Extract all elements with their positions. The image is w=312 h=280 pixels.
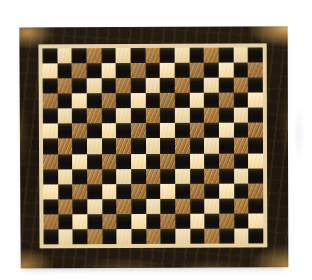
board-cell bbox=[248, 183, 263, 198]
board-cell bbox=[219, 183, 234, 198]
board-cell bbox=[102, 139, 117, 154]
board-cell bbox=[87, 229, 102, 244]
board-cell bbox=[160, 123, 175, 138]
board-cell bbox=[146, 123, 161, 138]
board-cell bbox=[145, 108, 160, 123]
board-cell bbox=[219, 168, 234, 183]
board-cell bbox=[131, 108, 146, 123]
board-cell bbox=[57, 78, 72, 93]
board-cell bbox=[57, 109, 72, 124]
board-cell bbox=[57, 48, 72, 63]
board-cell bbox=[190, 199, 205, 214]
board-cell bbox=[160, 184, 175, 199]
board-grid bbox=[42, 47, 263, 244]
board-cell bbox=[116, 139, 131, 154]
board-cell bbox=[204, 48, 219, 63]
board-cell bbox=[131, 78, 146, 93]
board-cell bbox=[102, 184, 117, 199]
board-cell bbox=[101, 108, 116, 123]
chess-board bbox=[19, 26, 288, 268]
board-cell bbox=[72, 93, 87, 108]
board-cell bbox=[131, 138, 146, 153]
board-cell bbox=[87, 154, 102, 169]
board-cell bbox=[116, 48, 131, 63]
board-cell bbox=[102, 154, 117, 169]
board-cell bbox=[145, 93, 160, 108]
board-frame-line bbox=[38, 43, 267, 248]
board-cell bbox=[219, 48, 234, 63]
board-cell bbox=[234, 198, 249, 213]
board-cell bbox=[43, 169, 58, 184]
background-smudge bbox=[292, 98, 306, 172]
board-cell bbox=[190, 183, 205, 198]
board-cell bbox=[205, 229, 220, 244]
board-cell bbox=[175, 229, 190, 244]
board-cell bbox=[116, 63, 131, 78]
board-cell bbox=[248, 63, 263, 78]
board-cell bbox=[131, 93, 146, 108]
board-cell bbox=[234, 213, 249, 228]
board-cell bbox=[175, 63, 190, 78]
board-cell bbox=[101, 78, 116, 93]
board-cell bbox=[131, 154, 146, 169]
board-cell bbox=[204, 153, 219, 168]
board-cell bbox=[249, 213, 264, 228]
board-cell bbox=[219, 78, 234, 93]
board-cell bbox=[204, 108, 219, 123]
board-cell bbox=[160, 93, 175, 108]
board-cell bbox=[248, 123, 263, 138]
board-cell bbox=[86, 48, 101, 63]
board-cell bbox=[175, 184, 190, 199]
board-cell bbox=[43, 214, 58, 229]
board-cell bbox=[248, 138, 263, 153]
board-cell bbox=[101, 48, 116, 63]
board-cell bbox=[175, 214, 190, 229]
board-cell bbox=[161, 199, 176, 214]
board-cell bbox=[204, 63, 219, 78]
board-cell bbox=[87, 139, 102, 154]
board-cell bbox=[175, 138, 190, 153]
board-cell bbox=[204, 78, 219, 93]
board-cell bbox=[117, 184, 132, 199]
board-cell bbox=[131, 214, 146, 229]
board-cell bbox=[175, 108, 190, 123]
board-cell bbox=[101, 63, 116, 78]
board-cell bbox=[117, 229, 132, 244]
board-cell bbox=[233, 63, 248, 78]
board-cell bbox=[204, 93, 219, 108]
board-cell bbox=[72, 154, 87, 169]
board-cell bbox=[219, 123, 234, 138]
board-cell bbox=[58, 229, 73, 244]
board-cell bbox=[145, 63, 160, 78]
board-cell bbox=[116, 108, 131, 123]
board-cell bbox=[160, 169, 175, 184]
board-cell bbox=[234, 183, 249, 198]
board-cell bbox=[160, 138, 175, 153]
board-cell bbox=[58, 199, 73, 214]
board-cell bbox=[102, 124, 117, 139]
board-cell bbox=[175, 168, 190, 183]
board-cell bbox=[219, 108, 234, 123]
board-cell bbox=[146, 184, 161, 199]
board-cell bbox=[160, 78, 175, 93]
board-cell bbox=[131, 169, 146, 184]
board-cell bbox=[219, 213, 234, 228]
board-cell bbox=[87, 78, 102, 93]
board-cell bbox=[72, 63, 87, 78]
board-cell bbox=[234, 153, 249, 168]
board-cell bbox=[73, 229, 88, 244]
board-cell bbox=[72, 169, 87, 184]
board-cell bbox=[146, 154, 161, 169]
board-cell bbox=[43, 94, 58, 109]
board-cell bbox=[73, 199, 88, 214]
board-cell bbox=[58, 124, 73, 139]
board-cell bbox=[160, 63, 175, 78]
board-cell bbox=[160, 153, 175, 168]
board-cell bbox=[131, 123, 146, 138]
board-cell bbox=[146, 214, 161, 229]
board-cell bbox=[72, 48, 87, 63]
board-cell bbox=[87, 109, 102, 124]
board-cell bbox=[234, 168, 249, 183]
board-cell bbox=[102, 199, 117, 214]
board-cell bbox=[146, 229, 161, 244]
board-cell bbox=[146, 138, 161, 153]
board-cell bbox=[43, 184, 58, 199]
board-cell bbox=[205, 198, 220, 213]
board-cell bbox=[175, 199, 190, 214]
board-cell bbox=[117, 199, 132, 214]
board-cell bbox=[160, 48, 175, 63]
board-cell bbox=[248, 47, 263, 62]
board-cell bbox=[219, 138, 234, 153]
board-cell bbox=[189, 48, 204, 63]
board-cell bbox=[190, 229, 205, 244]
board-cell bbox=[102, 214, 117, 229]
board-cell bbox=[175, 93, 190, 108]
board-cell bbox=[116, 78, 131, 93]
board-cell bbox=[160, 108, 175, 123]
board-cell bbox=[43, 124, 58, 139]
board-cell bbox=[87, 124, 102, 139]
board-cell bbox=[87, 214, 102, 229]
board-cell bbox=[233, 47, 248, 62]
board-cell bbox=[131, 48, 146, 63]
board-cell bbox=[87, 63, 102, 78]
board-cell bbox=[190, 168, 205, 183]
board-cell bbox=[249, 228, 264, 243]
board-cell bbox=[189, 93, 204, 108]
board-cell bbox=[72, 109, 87, 124]
board-cell bbox=[175, 123, 190, 138]
board-cell bbox=[57, 94, 72, 109]
board-cell bbox=[204, 138, 219, 153]
board-cell bbox=[248, 168, 263, 183]
board-cell bbox=[87, 93, 102, 108]
board-cell bbox=[43, 79, 58, 94]
board-cell bbox=[234, 123, 249, 138]
board-cell bbox=[101, 93, 116, 108]
board-cell bbox=[190, 123, 205, 138]
board-cell bbox=[102, 229, 117, 244]
board-cell bbox=[189, 63, 204, 78]
board-cell bbox=[219, 153, 234, 168]
board-cell bbox=[205, 214, 220, 229]
board-cell bbox=[117, 214, 132, 229]
board-cell bbox=[219, 63, 234, 78]
board-cell bbox=[43, 154, 58, 169]
board-cell bbox=[190, 138, 205, 153]
board-cell bbox=[145, 78, 160, 93]
board-cell bbox=[234, 138, 249, 153]
board-cell bbox=[248, 78, 263, 93]
board-cell bbox=[145, 48, 160, 63]
board-cell bbox=[219, 228, 234, 243]
board-cell bbox=[58, 139, 73, 154]
board-cell bbox=[116, 154, 131, 169]
board-cell bbox=[204, 123, 219, 138]
board-cell bbox=[87, 169, 102, 184]
board-cell bbox=[146, 169, 161, 184]
board-cell bbox=[190, 153, 205, 168]
board-cell bbox=[204, 183, 219, 198]
board-cell bbox=[248, 108, 263, 123]
photo-background bbox=[0, 0, 312, 280]
board-cell bbox=[72, 139, 87, 154]
board-cell bbox=[219, 93, 234, 108]
board-cell bbox=[43, 199, 58, 214]
board-cell bbox=[73, 214, 88, 229]
board-cell bbox=[233, 78, 248, 93]
board-cell bbox=[131, 63, 146, 78]
board-cell bbox=[116, 93, 131, 108]
board-cell bbox=[161, 214, 176, 229]
board-cell bbox=[175, 153, 190, 168]
board-cell bbox=[131, 184, 146, 199]
board-cell bbox=[102, 169, 117, 184]
board-cell bbox=[131, 229, 146, 244]
board-cell bbox=[87, 184, 102, 199]
board-cell bbox=[72, 78, 87, 93]
board-cell bbox=[116, 123, 131, 138]
board-cell bbox=[190, 108, 205, 123]
board-cell bbox=[146, 199, 161, 214]
board-cell bbox=[43, 63, 58, 78]
board-cell bbox=[57, 63, 72, 78]
board-cell bbox=[43, 109, 58, 124]
board-cell bbox=[58, 184, 73, 199]
board-cell bbox=[204, 168, 219, 183]
board-cell bbox=[58, 214, 73, 229]
board-cell bbox=[131, 199, 146, 214]
board-cell bbox=[42, 48, 57, 63]
board-cell bbox=[43, 229, 58, 244]
board-cell bbox=[234, 228, 249, 243]
board-cell bbox=[175, 78, 190, 93]
board-cell bbox=[43, 139, 58, 154]
board-cell bbox=[248, 153, 263, 168]
board-cell bbox=[58, 169, 73, 184]
board-cell bbox=[189, 78, 204, 93]
board-cell bbox=[248, 198, 263, 213]
board-cell bbox=[116, 169, 131, 184]
board-cell bbox=[248, 93, 263, 108]
board-cell bbox=[219, 198, 234, 213]
board-cell bbox=[234, 108, 249, 123]
board-cell bbox=[161, 229, 176, 244]
board-cell bbox=[233, 93, 248, 108]
board-cell bbox=[58, 154, 73, 169]
board-cell bbox=[73, 184, 88, 199]
board-cell bbox=[72, 124, 87, 139]
board-cell bbox=[87, 199, 102, 214]
board-cell bbox=[190, 214, 205, 229]
board-cell bbox=[175, 48, 190, 63]
